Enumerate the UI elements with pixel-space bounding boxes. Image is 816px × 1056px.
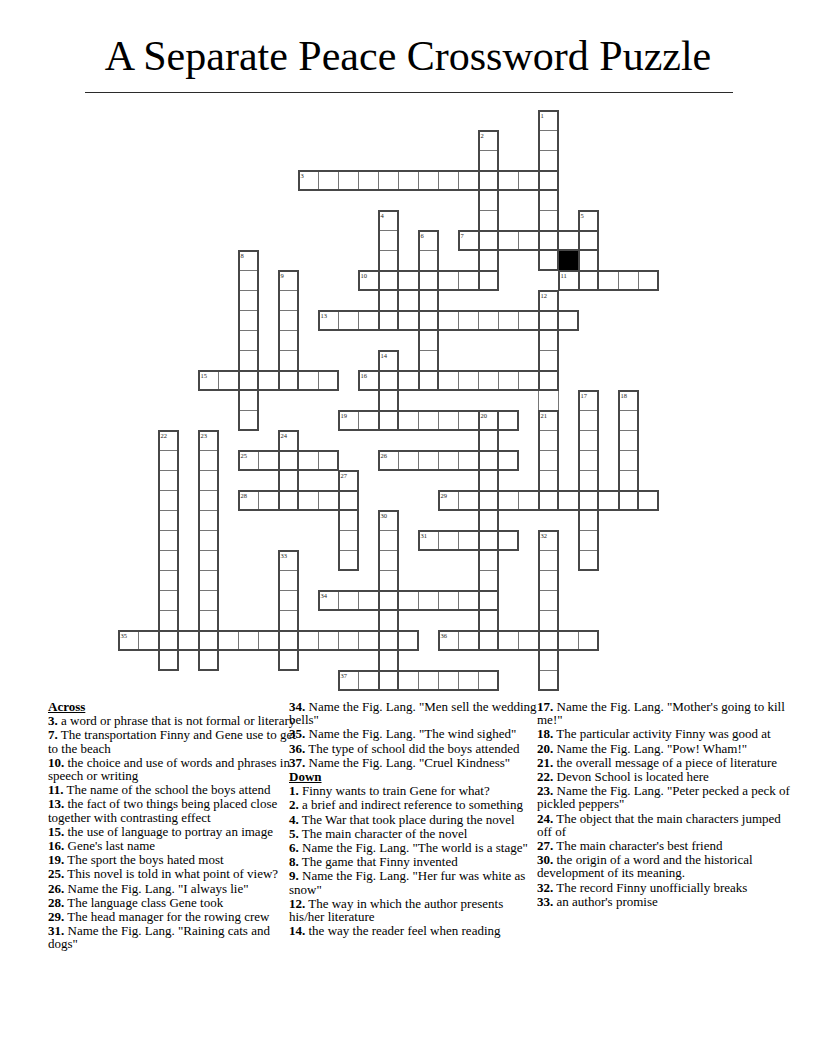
cell-r26c2[interactable] bbox=[158, 630, 179, 651]
cell-r12c8[interactable] bbox=[278, 350, 299, 371]
page-title: A Separate Peace Crossword Puzzle bbox=[0, 30, 816, 82]
cell-r5c21[interactable] bbox=[538, 210, 559, 231]
cell-r24c21[interactable] bbox=[538, 590, 559, 611]
title-rule bbox=[85, 92, 733, 93]
cell-r27c13[interactable] bbox=[378, 650, 399, 671]
cell-r17c25[interactable] bbox=[618, 450, 639, 471]
cell-r19c8[interactable] bbox=[278, 490, 299, 511]
cell-r26c18[interactable] bbox=[478, 630, 499, 651]
cell-r4c18[interactable] bbox=[478, 190, 499, 211]
cell-r13c16[interactable] bbox=[438, 370, 459, 391]
cell-r15c11[interactable] bbox=[338, 410, 359, 431]
cell-r3c14[interactable] bbox=[398, 170, 419, 191]
cell-r10c6[interactable] bbox=[238, 310, 259, 331]
cell-r26c6[interactable] bbox=[238, 630, 259, 651]
cell-r15c14[interactable] bbox=[398, 410, 419, 431]
cell-r19c17[interactable] bbox=[458, 490, 479, 511]
cell-r17c14[interactable] bbox=[398, 450, 419, 471]
cell-r22c21[interactable] bbox=[538, 550, 559, 571]
cell-r15c19[interactable] bbox=[498, 410, 519, 431]
clue-across-19: 19. The sport the boys hated most bbox=[48, 853, 302, 866]
cell-r8c12[interactable] bbox=[358, 270, 379, 291]
cell-r19c22[interactable] bbox=[558, 490, 579, 511]
cell-r19c6[interactable] bbox=[238, 490, 259, 511]
cell-r6c15[interactable] bbox=[418, 230, 439, 251]
clue-across-35: 35. Name the Fig. Lang. "The wind sighed… bbox=[289, 727, 537, 740]
crossword-grid: 3710111315161925262829313435363712456891… bbox=[118, 110, 659, 691]
clue-across-13: 13. the fact of two things being placed … bbox=[48, 797, 302, 823]
cell-r27c21[interactable] bbox=[538, 650, 559, 671]
cell-r19c16[interactable] bbox=[438, 490, 459, 511]
cell-r25c13[interactable] bbox=[378, 610, 399, 631]
clue-across-10: 10. the choice and use of words and phra… bbox=[48, 756, 302, 782]
cell-r14c25[interactable] bbox=[618, 390, 639, 411]
down-header: Down bbox=[289, 770, 537, 783]
cell-r6c20[interactable] bbox=[518, 230, 539, 251]
cell-r17c21[interactable] bbox=[538, 450, 559, 471]
cell-r28c21[interactable] bbox=[538, 670, 559, 691]
cell-r10c19[interactable] bbox=[498, 310, 519, 331]
clue-down-5: 5. The main character of the novel bbox=[289, 827, 537, 840]
cell-r13c15[interactable] bbox=[418, 370, 439, 391]
cell-r3c15[interactable] bbox=[418, 170, 439, 191]
cell-r7c18[interactable] bbox=[478, 250, 499, 271]
cell-r13c19[interactable] bbox=[498, 370, 519, 391]
cell-r8c23[interactable] bbox=[578, 270, 599, 291]
cell-r19c10[interactable] bbox=[318, 490, 339, 511]
cell-r20c18[interactable] bbox=[478, 510, 499, 531]
cell-r15c16[interactable] bbox=[438, 410, 459, 431]
cell-r8c17[interactable] bbox=[458, 270, 479, 291]
cell-r19c18[interactable] bbox=[478, 490, 499, 511]
cell-r19c19[interactable] bbox=[498, 490, 519, 511]
cell-r3c9[interactable] bbox=[298, 170, 319, 191]
cell-r21c23[interactable] bbox=[578, 530, 599, 551]
cell-r17c18[interactable] bbox=[478, 450, 499, 471]
cell-r19c4[interactable] bbox=[198, 490, 219, 511]
cell-r0c21[interactable] bbox=[538, 110, 559, 131]
cell-r20c13[interactable] bbox=[378, 510, 399, 531]
cell-r19c21[interactable] bbox=[538, 490, 559, 511]
cell-r23c13[interactable] bbox=[378, 570, 399, 591]
cell-r8c6[interactable] bbox=[238, 270, 259, 291]
clue-down-6: 6. Name the Fig. Lang. "The world is a s… bbox=[289, 841, 537, 854]
cell-r27c8[interactable] bbox=[278, 650, 299, 671]
cell-r25c21[interactable] bbox=[538, 610, 559, 631]
clue-down-23: 23. Name the Fig. Lang. "Peter pecked a … bbox=[537, 784, 793, 810]
cell-r18c18[interactable] bbox=[478, 470, 499, 491]
cell-r21c18[interactable] bbox=[478, 530, 499, 551]
cell-r22c4[interactable] bbox=[198, 550, 219, 571]
cell-r5c18[interactable] bbox=[478, 210, 499, 231]
cell-r21c19[interactable] bbox=[498, 530, 519, 551]
cell-r17c16[interactable] bbox=[438, 450, 459, 471]
cell-r28c14[interactable] bbox=[398, 670, 419, 691]
cell-r15c15[interactable] bbox=[418, 410, 439, 431]
cell-r18c25[interactable] bbox=[618, 470, 639, 491]
cell-r21c11[interactable] bbox=[338, 530, 359, 551]
cell-r28c12[interactable] bbox=[358, 670, 379, 691]
cell-r7c6[interactable] bbox=[238, 250, 259, 271]
cell-r22c2[interactable] bbox=[158, 550, 179, 571]
cell-r22c23[interactable] bbox=[578, 550, 599, 571]
cell-r26c17[interactable] bbox=[458, 630, 479, 651]
cell-r17c17[interactable] bbox=[458, 450, 479, 471]
cell-r23c21[interactable] bbox=[538, 570, 559, 591]
cell-r11c6[interactable] bbox=[238, 330, 259, 351]
cell-r17c9[interactable] bbox=[298, 450, 319, 471]
cell-r21c21[interactable] bbox=[538, 530, 559, 551]
cell-r4c21[interactable] bbox=[538, 190, 559, 211]
cell-r8c16[interactable] bbox=[438, 270, 459, 291]
clue-across-31: 31. Name the Fig. Lang. "Raining cats an… bbox=[48, 924, 302, 950]
cell-r20c4[interactable] bbox=[198, 510, 219, 531]
cell-r13c12[interactable] bbox=[358, 370, 379, 391]
cell-r10c14[interactable] bbox=[398, 310, 419, 331]
clues-column-2: 34. Name the Fig. Lang. "Men sell the we… bbox=[289, 700, 537, 938]
cell-r12c13[interactable] bbox=[378, 350, 399, 371]
cell-r10c17[interactable] bbox=[458, 310, 479, 331]
cell-r26c16[interactable] bbox=[438, 630, 459, 651]
clue-across-15: 15. the use of language to portray an im… bbox=[48, 825, 302, 838]
cell-r21c17[interactable] bbox=[458, 530, 479, 551]
cell-r15c23[interactable] bbox=[578, 410, 599, 431]
cell-r8c14[interactable] bbox=[398, 270, 419, 291]
cell-r7c13[interactable] bbox=[378, 250, 399, 271]
cell-r15c25[interactable] bbox=[618, 410, 639, 431]
cell-r15c18[interactable] bbox=[478, 410, 499, 431]
clue-down-17: 17. Name the Fig. Lang. "Mother's going … bbox=[537, 700, 793, 726]
clue-down-22: 22. Devon School is located here bbox=[537, 770, 793, 783]
cell-r19c26[interactable] bbox=[638, 490, 659, 511]
clue-down-21: 21. the overall message of a piece of li… bbox=[537, 756, 793, 769]
cell-r26c19[interactable] bbox=[498, 630, 519, 651]
cell-r13c17[interactable] bbox=[458, 370, 479, 391]
cell-r15c17[interactable] bbox=[458, 410, 479, 431]
cell-r16c25[interactable] bbox=[618, 430, 639, 451]
clue-down-20: 20. Name the Fig. Lang. "Pow! Wham!" bbox=[537, 742, 793, 755]
cell-r24c10[interactable] bbox=[318, 590, 339, 611]
black-cell bbox=[558, 250, 579, 271]
cell-r23c2[interactable] bbox=[158, 570, 179, 591]
clue-down-33: 33. an author's promise bbox=[537, 895, 793, 908]
clue-across-36: 36. The type of school did the boys atte… bbox=[289, 742, 537, 755]
cell-r16c21[interactable] bbox=[538, 430, 559, 451]
cell-r6c13[interactable] bbox=[378, 230, 399, 251]
clue-down-18: 18. The particular activity Finny was go… bbox=[537, 727, 793, 740]
cell-r13c20[interactable] bbox=[518, 370, 539, 391]
cell-r7c15[interactable] bbox=[418, 250, 439, 271]
across-header: Across bbox=[48, 700, 302, 713]
cell-r24c14[interactable] bbox=[398, 590, 419, 611]
cell-r24c13[interactable] bbox=[378, 590, 399, 611]
cell-r9c8[interactable] bbox=[278, 290, 299, 311]
cell-r14c13[interactable] bbox=[378, 390, 399, 411]
clue-across-29: 29. The head manager for the rowing crew bbox=[48, 910, 302, 923]
cell-r9c15[interactable] bbox=[418, 290, 439, 311]
cell-r27c2[interactable] bbox=[158, 650, 179, 671]
cell-r26c4[interactable] bbox=[198, 630, 219, 651]
cell-r13c18[interactable] bbox=[478, 370, 499, 391]
cell-r15c21[interactable] bbox=[538, 410, 559, 431]
cell-r26c14[interactable] bbox=[398, 630, 419, 651]
cell-r8c24[interactable] bbox=[598, 270, 619, 291]
clue-down-12: 12. The way in which the author presents… bbox=[289, 897, 537, 923]
cell-r17c10[interactable] bbox=[318, 450, 339, 471]
cell-r14c21[interactable] bbox=[538, 390, 559, 411]
cell-r13c4[interactable] bbox=[198, 370, 219, 391]
cell-r24c17[interactable] bbox=[458, 590, 479, 611]
cell-r16c23[interactable] bbox=[578, 430, 599, 451]
cell-r28c13[interactable] bbox=[378, 670, 399, 691]
clue-across-26: 26. Name the Fig. Lang. "I always lie" bbox=[48, 882, 302, 895]
cell-r21c2[interactable] bbox=[158, 530, 179, 551]
cell-r5c23[interactable] bbox=[578, 210, 599, 231]
cell-r1c21[interactable] bbox=[538, 130, 559, 151]
cell-r19c2[interactable] bbox=[158, 490, 179, 511]
cell-r13c13[interactable] bbox=[378, 370, 399, 391]
cell-r18c11[interactable] bbox=[338, 470, 359, 491]
cell-r17c15[interactable] bbox=[418, 450, 439, 471]
cell-r7c23[interactable] bbox=[578, 250, 599, 271]
cell-r19c25[interactable] bbox=[618, 490, 639, 511]
cell-r27c4[interactable] bbox=[198, 650, 219, 671]
cell-r22c11[interactable] bbox=[338, 550, 359, 571]
crossword-page: { "game": "crossword", "title": "A Separ… bbox=[0, 0, 816, 1056]
cell-r15c6[interactable] bbox=[238, 410, 259, 431]
cell-r3c17[interactable] bbox=[458, 170, 479, 191]
cell-r19c9[interactable] bbox=[298, 490, 319, 511]
cell-r13c9[interactable] bbox=[298, 370, 319, 391]
clue-across-25: 25. This novel is told in what point of … bbox=[48, 867, 302, 880]
cell-r26c12[interactable] bbox=[358, 630, 379, 651]
cell-r16c8[interactable] bbox=[278, 430, 299, 451]
cell-r3c20[interactable] bbox=[518, 170, 539, 191]
cell-r10c20[interactable] bbox=[518, 310, 539, 331]
cell-r6c22[interactable] bbox=[558, 230, 579, 251]
cell-r19c20[interactable] bbox=[518, 490, 539, 511]
cell-r12c15[interactable] bbox=[418, 350, 439, 371]
cell-r10c15[interactable] bbox=[418, 310, 439, 331]
cell-r13c6[interactable] bbox=[238, 370, 259, 391]
cell-r24c4[interactable] bbox=[198, 590, 219, 611]
cell-r10c21[interactable] bbox=[538, 310, 559, 331]
cell-r7c21[interactable] bbox=[538, 250, 559, 271]
cell-r10c16[interactable] bbox=[438, 310, 459, 331]
cell-r17c13[interactable] bbox=[378, 450, 399, 471]
cell-r9c13[interactable] bbox=[378, 290, 399, 311]
cell-r17c7[interactable] bbox=[258, 450, 279, 471]
cell-r25c8[interactable] bbox=[278, 610, 299, 631]
cell-r8c8[interactable] bbox=[278, 270, 299, 291]
cell-r26c23[interactable] bbox=[578, 630, 599, 651]
cell-r1c18[interactable] bbox=[478, 130, 499, 151]
cell-r18c21[interactable] bbox=[538, 470, 559, 491]
clue-across-37: 37. Name the Fig. Lang. "Cruel Kindness" bbox=[289, 756, 537, 769]
clue-down-14: 14. the way the reader feel when reading bbox=[289, 924, 537, 937]
cell-r15c12[interactable] bbox=[358, 410, 379, 431]
cell-r8c18[interactable] bbox=[478, 270, 499, 291]
clue-down-8: 8. The game that Finny invented bbox=[289, 855, 537, 868]
clue-down-32: 32. The record Finny unofficially breaks bbox=[537, 881, 793, 894]
cell-r26c22[interactable] bbox=[558, 630, 579, 651]
cell-r22c18[interactable] bbox=[478, 550, 499, 571]
cell-r13c7[interactable] bbox=[258, 370, 279, 391]
cell-r28c16[interactable] bbox=[438, 670, 459, 691]
cell-r22c13[interactable] bbox=[378, 550, 399, 571]
clue-down-30: 30. the origin of a word and the histori… bbox=[537, 853, 793, 879]
cell-r11c15[interactable] bbox=[418, 330, 439, 351]
cell-r2c18[interactable] bbox=[478, 150, 499, 171]
cell-r14c6[interactable] bbox=[238, 390, 259, 411]
cell-r16c2[interactable] bbox=[158, 430, 179, 451]
cell-r3c18[interactable] bbox=[478, 170, 499, 191]
cell-r15c13[interactable] bbox=[378, 410, 399, 431]
clue-down-9: 9. Name the Fig. Lang. "Her fur was whit… bbox=[289, 869, 537, 895]
cell-r13c21[interactable] bbox=[538, 370, 559, 391]
cell-r8c22[interactable] bbox=[558, 270, 579, 291]
cell-r26c21[interactable] bbox=[538, 630, 559, 651]
cell-r3c16[interactable] bbox=[438, 170, 459, 191]
cell-r16c18[interactable] bbox=[478, 430, 499, 451]
cell-r24c8[interactable] bbox=[278, 590, 299, 611]
cell-r26c1[interactable] bbox=[138, 630, 159, 651]
cell-r17c8[interactable] bbox=[278, 450, 299, 471]
cell-r3c12[interactable] bbox=[358, 170, 379, 191]
cell-r19c11[interactable] bbox=[338, 490, 359, 511]
cell-r14c23[interactable] bbox=[578, 390, 599, 411]
cell-r23c18[interactable] bbox=[478, 570, 499, 591]
cell-r24c15[interactable] bbox=[418, 590, 439, 611]
cell-r18c2[interactable] bbox=[158, 470, 179, 491]
cell-r24c18[interactable] bbox=[478, 590, 499, 611]
cell-r17c23[interactable] bbox=[578, 450, 599, 471]
cell-r28c15[interactable] bbox=[418, 670, 439, 691]
cell-r26c11[interactable] bbox=[338, 630, 359, 651]
cell-r11c21[interactable] bbox=[538, 330, 559, 351]
cell-r12c6[interactable] bbox=[238, 350, 259, 371]
cell-r19c7[interactable] bbox=[258, 490, 279, 511]
cell-r21c15[interactable] bbox=[418, 530, 439, 551]
cell-r3c11[interactable] bbox=[338, 170, 359, 191]
cell-r21c4[interactable] bbox=[198, 530, 219, 551]
cell-r25c2[interactable] bbox=[158, 610, 179, 631]
cell-r8c26[interactable] bbox=[638, 270, 659, 291]
cell-r6c21[interactable] bbox=[538, 230, 559, 251]
cell-r24c11[interactable] bbox=[338, 590, 359, 611]
cell-r20c23[interactable] bbox=[578, 510, 599, 531]
cell-r26c5[interactable] bbox=[218, 630, 239, 651]
cell-r8c25[interactable] bbox=[618, 270, 639, 291]
cell-r6c23[interactable] bbox=[578, 230, 599, 251]
cell-r20c2[interactable] bbox=[158, 510, 179, 531]
cell-r10c10[interactable] bbox=[318, 310, 339, 331]
cell-r19c23[interactable] bbox=[578, 490, 599, 511]
clue-across-3: 3. a word or phrase that is not formal o… bbox=[48, 714, 302, 727]
cell-r26c10[interactable] bbox=[318, 630, 339, 651]
cell-r17c19[interactable] bbox=[498, 450, 519, 471]
cell-r16c4[interactable] bbox=[198, 430, 219, 451]
cell-r25c4[interactable] bbox=[198, 610, 219, 631]
cell-r13c8[interactable] bbox=[278, 370, 299, 391]
cell-r10c13[interactable] bbox=[378, 310, 399, 331]
cell-r10c18[interactable] bbox=[478, 310, 499, 331]
cell-r23c8[interactable] bbox=[278, 570, 299, 591]
cell-r11c8[interactable] bbox=[278, 330, 299, 351]
cell-r26c3[interactable] bbox=[178, 630, 199, 651]
cell-r12c21[interactable] bbox=[538, 350, 559, 371]
cell-r3c13[interactable] bbox=[378, 170, 399, 191]
cell-r8c13[interactable] bbox=[378, 270, 399, 291]
cell-r19c24[interactable] bbox=[598, 490, 619, 511]
cell-r5c13[interactable] bbox=[378, 210, 399, 231]
cell-r13c14[interactable] bbox=[398, 370, 419, 391]
cell-r3c21[interactable] bbox=[538, 170, 559, 191]
cell-r26c13[interactable] bbox=[378, 630, 399, 651]
cell-r18c4[interactable] bbox=[198, 470, 219, 491]
cell-r28c17[interactable] bbox=[458, 670, 479, 691]
cell-r9c21[interactable] bbox=[538, 290, 559, 311]
clue-across-11: 11. The name of the school the boys atte… bbox=[48, 783, 302, 796]
cell-r24c12[interactable] bbox=[358, 590, 379, 611]
cell-r10c12[interactable] bbox=[358, 310, 379, 331]
cell-r6c18[interactable] bbox=[478, 230, 499, 251]
cell-r6c19[interactable] bbox=[498, 230, 519, 251]
clue-across-16: 16. Gene's last name bbox=[48, 839, 302, 852]
cell-r24c16[interactable] bbox=[438, 590, 459, 611]
cell-r13c10[interactable] bbox=[318, 370, 339, 391]
clue-down-2: 2. a brief and indirect reference to som… bbox=[289, 798, 537, 811]
cell-r10c11[interactable] bbox=[338, 310, 359, 331]
cell-r26c9[interactable] bbox=[298, 630, 319, 651]
cell-r18c23[interactable] bbox=[578, 470, 599, 491]
clue-across-28: 28. The language class Gene took bbox=[48, 896, 302, 909]
cell-r24c2[interactable] bbox=[158, 590, 179, 611]
cell-r13c5[interactable] bbox=[218, 370, 239, 391]
clue-down-24: 24. The object that the main characters … bbox=[537, 812, 793, 838]
clue-across-7: 7. The transportation Finny and Gene use… bbox=[48, 728, 302, 754]
cell-r28c18[interactable] bbox=[478, 670, 499, 691]
cell-r28c11[interactable] bbox=[338, 670, 359, 691]
cell-r25c18[interactable] bbox=[478, 610, 499, 631]
cell-r22c8[interactable] bbox=[278, 550, 299, 571]
cell-r17c6[interactable] bbox=[238, 450, 259, 471]
cell-r8c15[interactable] bbox=[418, 270, 439, 291]
cell-r26c8[interactable] bbox=[278, 630, 299, 651]
cell-r2c21[interactable] bbox=[538, 150, 559, 171]
cell-r21c13[interactable] bbox=[378, 530, 399, 551]
cell-r6c17[interactable] bbox=[458, 230, 479, 251]
cell-r26c7[interactable] bbox=[258, 630, 279, 651]
cell-r26c20[interactable] bbox=[518, 630, 539, 651]
cell-r26c0[interactable] bbox=[118, 630, 139, 651]
cell-r10c22[interactable] bbox=[558, 310, 579, 331]
cell-r17c2[interactable] bbox=[158, 450, 179, 471]
cell-r3c19[interactable] bbox=[498, 170, 519, 191]
cell-r18c8[interactable] bbox=[278, 470, 299, 491]
clue-down-1: 1. Finny wants to train Gene for what? bbox=[289, 784, 537, 797]
cell-r21c16[interactable] bbox=[438, 530, 459, 551]
cell-r9c6[interactable] bbox=[238, 290, 259, 311]
cell-r3c10[interactable] bbox=[318, 170, 339, 191]
clue-across-34: 34. Name the Fig. Lang. "Men sell the we… bbox=[289, 700, 537, 726]
cell-r17c4[interactable] bbox=[198, 450, 219, 471]
cell-r23c4[interactable] bbox=[198, 570, 219, 591]
clue-down-4: 4. The War that took place during the no… bbox=[289, 813, 537, 826]
clues-column-1: Across3. a word or phrase that is not fo… bbox=[48, 700, 302, 952]
clue-down-27: 27. The main character's best friend bbox=[537, 839, 793, 852]
cell-r10c8[interactable] bbox=[278, 310, 299, 331]
